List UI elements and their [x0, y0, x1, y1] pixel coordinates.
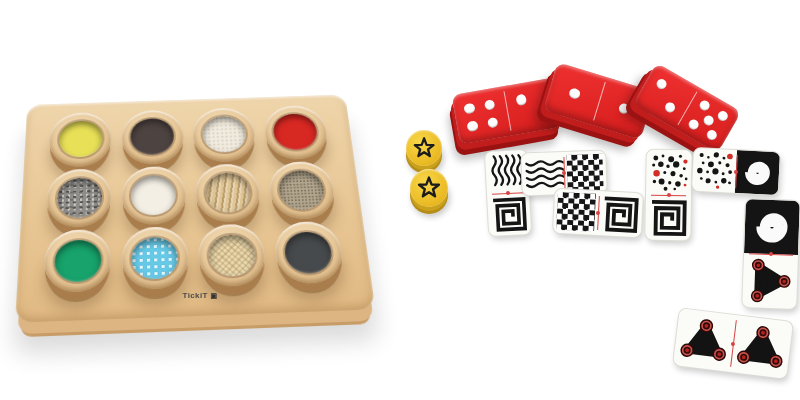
sensory-pot-dark-grey-smooth[interactable]: [273, 221, 345, 285]
pot-cell: [257, 103, 334, 162]
pot-insert-white-foam: [131, 175, 176, 216]
pip: [663, 101, 677, 115]
pip: [687, 117, 701, 131]
star-token[interactable]: [406, 130, 442, 166]
brand-logo-text: TickiT: [182, 291, 207, 300]
pot-insert-green-smooth: [54, 239, 101, 283]
sensory-pot-red-felt[interactable]: [262, 105, 329, 160]
pattern-domino-checkerboard-square-spiral[interactable]: [553, 189, 643, 238]
star-token[interactable]: [410, 169, 448, 207]
pot-insert-yellow-felt: [58, 120, 102, 158]
domino-half-round-spiral-dark: [735, 150, 780, 195]
sensory-pot-ribbed-wood[interactable]: [195, 163, 262, 223]
pot-cell: [262, 159, 342, 222]
domino-half-square-spiral: [487, 192, 531, 236]
pattern-domino-dots-mixed-a-square-spiral[interactable]: [645, 150, 692, 241]
pip: [716, 110, 730, 124]
domino-half-triangle-up: [673, 308, 737, 372]
sensory-pot-yellow-felt[interactable]: [49, 111, 112, 167]
pip: [698, 99, 712, 113]
sensory-pot-woven-natural[interactable]: [197, 224, 267, 288]
sensory-pot-white-granules[interactable]: [192, 107, 257, 163]
pip: [654, 77, 668, 91]
brand-logo: TickiT ▣: [162, 291, 238, 300]
domino-divider-dot: [731, 341, 735, 345]
pip: [617, 102, 630, 115]
domino-half-triangle-up: [730, 315, 794, 379]
pot-insert-metal-mesh: [278, 170, 327, 210]
domino-half-square-spiral: [645, 195, 691, 241]
star-icon: [409, 133, 439, 163]
domino-half-checkerboard: [553, 189, 599, 235]
pot-insert-blue-bubble: [132, 236, 179, 280]
pot-cell: [189, 162, 267, 225]
pip: [484, 99, 496, 111]
pip: [706, 128, 720, 142]
star-icon: [413, 172, 445, 204]
pot-cell: [187, 105, 262, 164]
pot-cell: [38, 227, 117, 295]
domino-half-dots-mixed-a: [646, 150, 692, 196]
domino-divider-dot: [666, 193, 670, 197]
domino-half-dots-mixed-b: [692, 148, 737, 193]
pip: [466, 120, 478, 132]
pot-insert-white-granules: [202, 115, 247, 153]
sensory-pot-metal-mesh[interactable]: [267, 161, 337, 220]
red-domino-stack-2-5[interactable]: [633, 63, 742, 154]
pattern-domino-dots-mixed-b-round-spiral-dark[interactable]: [692, 148, 780, 195]
pot-insert-charcoal-felt: [131, 118, 175, 156]
domino-half-checkerboard: [563, 151, 606, 194]
pot-cell: [116, 164, 192, 227]
red-domino-half-4: [451, 86, 510, 144]
pot-cell: [116, 108, 189, 167]
sensory-pot-blue-bubble[interactable]: [122, 226, 189, 290]
domino-half-square-spiral: [597, 191, 643, 237]
domino-half-round-spiral-dark: [744, 199, 800, 255]
pattern-domino-round-spiral-dark-triangle-right[interactable]: [742, 199, 800, 309]
sensory-pot-green-smooth[interactable]: [43, 229, 111, 293]
sensory-board: [15, 94, 375, 322]
pip: [463, 102, 475, 114]
pot-cell: [43, 110, 116, 169]
domino-divider-dot: [734, 169, 738, 173]
pot-cell: [267, 219, 350, 286]
pip: [568, 87, 581, 100]
pattern-domino-triangle-up-triangle-up[interactable]: [673, 308, 793, 378]
sensory-pot-charcoal-felt[interactable]: [122, 109, 185, 165]
pot-cell: [116, 225, 194, 293]
pot-insert-woven-natural: [208, 234, 257, 278]
pip: [487, 117, 499, 129]
pot-insert-ribbed-wood: [204, 172, 251, 213]
pot-cell: [192, 222, 273, 290]
sensory-pot-grey-gravel[interactable]: [46, 168, 111, 228]
pots-grid: [38, 103, 351, 295]
product-photo-collage: TickiT ▣: [0, 0, 800, 400]
pot-insert-grey-gravel: [56, 177, 102, 218]
pip: [515, 94, 527, 106]
pot-cell: [41, 167, 117, 230]
pot-insert-red-felt: [272, 113, 319, 151]
pip: [702, 113, 716, 127]
domino-half-triangle-right: [742, 253, 798, 309]
sensory-pot-white-foam[interactable]: [122, 166, 187, 226]
brand-logo-icon: ▣: [210, 292, 217, 299]
pot-insert-dark-grey-smooth: [283, 231, 333, 274]
